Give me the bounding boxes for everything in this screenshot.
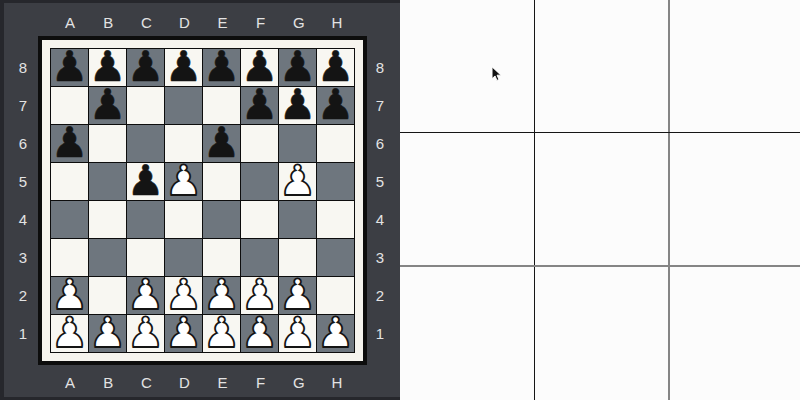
square-f7[interactable]: ♟ [241, 87, 278, 124]
grid-line-vertical-2 [668, 0, 670, 400]
square-d5[interactable]: ♟ [165, 163, 202, 200]
coord-label-b: B [89, 370, 127, 396]
grid-line-horizontal-2 [400, 265, 800, 267]
board-squares: ♟♟♟♟♟♟♟♟♟♟♟♟♟♟♟♟♟♟♟♟♟♟♟♟♟♟♟♟♟♟♟ [50, 48, 355, 353]
white-pawn: ♟ [317, 314, 355, 351]
black-pawn: ♟ [127, 162, 165, 199]
coord-label-d: D [165, 370, 203, 396]
coord-label-8: 8 [11, 59, 35, 76]
square-d8[interactable]: ♟ [165, 49, 202, 86]
square-h6[interactable] [317, 125, 354, 162]
coord-label-2: 2 [11, 287, 35, 304]
white-pawn: ♟ [279, 162, 317, 199]
file-labels-bottom: ABCDEFGH [51, 370, 356, 396]
square-f1[interactable]: ♟ [241, 315, 278, 352]
coord-label-4: 4 [11, 211, 35, 228]
coord-label-1: 1 [368, 325, 392, 342]
right-grid-panel [400, 0, 800, 400]
square-e1[interactable]: ♟ [203, 315, 240, 352]
square-a6[interactable]: ♟ [51, 125, 88, 162]
square-a5[interactable] [51, 163, 88, 200]
coord-label-3: 3 [11, 249, 35, 266]
coord-label-c: C [127, 10, 165, 36]
square-b1[interactable]: ♟ [89, 315, 126, 352]
square-d1[interactable]: ♟ [165, 315, 202, 352]
square-b6[interactable] [89, 125, 126, 162]
square-e4[interactable] [203, 201, 240, 238]
white-pawn: ♟ [241, 314, 279, 351]
coord-label-a: A [51, 370, 89, 396]
white-pawn: ♟ [203, 314, 241, 351]
square-h5[interactable] [317, 163, 354, 200]
white-pawn: ♟ [127, 314, 165, 351]
square-c7[interactable] [127, 87, 164, 124]
coord-label-b: B [89, 10, 127, 36]
coord-label-2: 2 [368, 287, 392, 304]
coord-label-6: 6 [11, 135, 35, 152]
square-b5[interactable] [89, 163, 126, 200]
coord-label-5: 5 [11, 173, 35, 190]
square-g7[interactable]: ♟ [279, 87, 316, 124]
square-a1[interactable]: ♟ [51, 315, 88, 352]
coord-label-h: H [318, 10, 356, 36]
rank-labels-left: 87654321 [11, 49, 35, 352]
white-pawn: ♟ [279, 314, 317, 351]
square-e8[interactable]: ♟ [203, 49, 240, 86]
square-a8[interactable]: ♟ [51, 49, 88, 86]
coord-label-e: E [204, 10, 242, 36]
board-inner-margin: ♟♟♟♟♟♟♟♟♟♟♟♟♟♟♟♟♟♟♟♟♟♟♟♟♟♟♟♟♟♟♟ [42, 40, 363, 361]
coord-label-e: E [204, 370, 242, 396]
coord-label-5: 5 [368, 173, 392, 190]
coord-label-f: F [242, 370, 280, 396]
coord-label-h: H [318, 370, 356, 396]
black-pawn: ♟ [89, 86, 127, 123]
board-frame-panel: ABCDEFGH ABCDEFGH 87654321 87654321 ♟♟♟♟… [0, 0, 400, 400]
grid-line-vertical-1 [534, 0, 535, 400]
rank-labels-right: 87654321 [368, 49, 392, 352]
square-h4[interactable] [317, 201, 354, 238]
coord-label-c: C [127, 370, 165, 396]
square-d4[interactable] [165, 201, 202, 238]
square-b4[interactable] [89, 201, 126, 238]
white-pawn: ♟ [165, 314, 203, 351]
square-b3[interactable] [89, 239, 126, 276]
square-h1[interactable]: ♟ [317, 315, 354, 352]
square-a4[interactable] [51, 201, 88, 238]
coord-label-g: G [280, 370, 318, 396]
square-f6[interactable] [241, 125, 278, 162]
square-g1[interactable]: ♟ [279, 315, 316, 352]
white-pawn: ♟ [165, 162, 203, 199]
grid-line-horizontal-1 [400, 132, 800, 133]
square-g4[interactable] [279, 201, 316, 238]
coord-label-a: A [51, 10, 89, 36]
file-labels-top: ABCDEFGH [51, 10, 356, 36]
square-e5[interactable] [203, 163, 240, 200]
black-pawn: ♟ [317, 86, 355, 123]
coord-label-f: F [242, 10, 280, 36]
mouse-cursor-icon [491, 66, 502, 82]
black-pawn: ♟ [203, 124, 241, 161]
app-window: ABCDEFGH ABCDEFGH 87654321 87654321 ♟♟♟♟… [0, 0, 800, 400]
black-pawn: ♟ [51, 124, 89, 161]
chess-board: ♟♟♟♟♟♟♟♟♟♟♟♟♟♟♟♟♟♟♟♟♟♟♟♟♟♟♟♟♟♟♟ [38, 36, 367, 365]
square-f5[interactable] [241, 163, 278, 200]
square-b7[interactable]: ♟ [89, 87, 126, 124]
black-pawn: ♟ [127, 48, 165, 85]
black-pawn: ♟ [241, 86, 279, 123]
black-pawn: ♟ [203, 48, 241, 85]
square-f4[interactable] [241, 201, 278, 238]
square-c5[interactable]: ♟ [127, 163, 164, 200]
coord-label-4: 4 [368, 211, 392, 228]
square-c1[interactable]: ♟ [127, 315, 164, 352]
black-pawn: ♟ [165, 48, 203, 85]
coord-label-3: 3 [368, 249, 392, 266]
coord-label-g: G [280, 10, 318, 36]
square-e6[interactable]: ♟ [203, 125, 240, 162]
coord-label-6: 6 [368, 135, 392, 152]
black-pawn: ♟ [51, 48, 89, 85]
square-c4[interactable] [127, 201, 164, 238]
white-pawn: ♟ [89, 314, 127, 351]
coord-label-7: 7 [11, 97, 35, 114]
white-pawn: ♟ [51, 314, 89, 351]
square-c8[interactable]: ♟ [127, 49, 164, 86]
black-pawn: ♟ [279, 86, 317, 123]
coord-label-1: 1 [11, 325, 35, 342]
coord-label-8: 8 [368, 59, 392, 76]
coord-label-d: D [165, 10, 203, 36]
square-h3[interactable] [317, 239, 354, 276]
square-h7[interactable]: ♟ [317, 87, 354, 124]
square-g5[interactable]: ♟ [279, 163, 316, 200]
coord-label-7: 7 [368, 97, 392, 114]
square-d7[interactable] [165, 87, 202, 124]
